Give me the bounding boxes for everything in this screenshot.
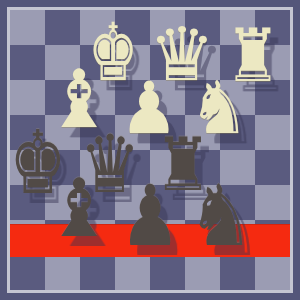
pieces-layer: ♚♛♜♝♟♞♚♛♜♝♟♞ <box>0 0 300 300</box>
piece-black-bishop: ♝ <box>45 169 113 249</box>
piece-black-knight: ♞ <box>187 173 254 258</box>
board-frame: ♚♛♜♝♟♞♚♛♜♝♟♞ <box>0 0 300 300</box>
piece-black-pawn: ♟ <box>120 174 180 258</box>
chess-illustration: ♚♛♜♝♟♞♚♛♜♝♟♞ <box>0 0 300 300</box>
